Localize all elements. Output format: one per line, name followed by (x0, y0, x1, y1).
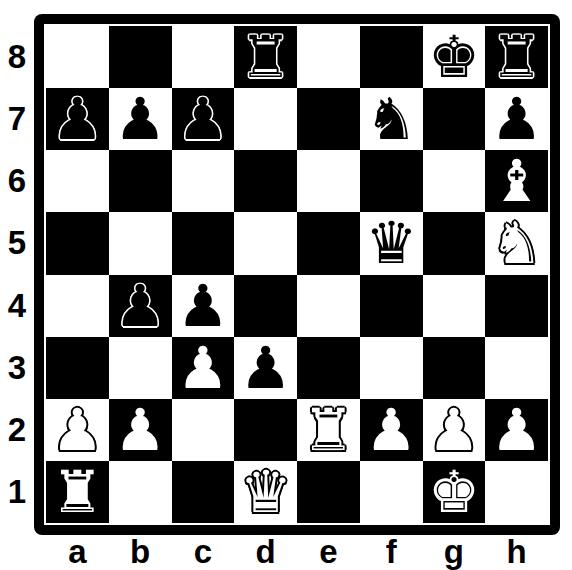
piece-black-pawn: ♟ (114, 90, 166, 148)
square-h1[interactable] (485, 461, 548, 523)
piece-black-pawn: ♟ (240, 339, 292, 397)
square-e7[interactable] (297, 88, 360, 150)
square-c4[interactable]: ♟ (172, 275, 235, 337)
square-h3[interactable] (485, 337, 548, 399)
piece-white-pawn: ♟ (491, 401, 543, 459)
rank-label-3: 3 (0, 337, 34, 399)
square-b1[interactable] (109, 461, 172, 523)
square-e1[interactable] (297, 461, 360, 523)
square-h7[interactable]: ♟ (485, 88, 548, 150)
piece-white-pawn: ♟ (114, 401, 166, 459)
chess-board: ♜♚♜♟♟♟♞♟♝♛♞♟♟♟♟♟♟♜♟♟♟♜♛♚ (46, 26, 548, 523)
file-label-h: h (485, 534, 548, 570)
piece-black-pawn: ♟ (114, 277, 166, 335)
square-h6[interactable]: ♝ (485, 150, 548, 212)
rank-label-2: 2 (0, 399, 34, 461)
piece-black-rook: ♜ (240, 28, 292, 86)
square-e3[interactable] (297, 337, 360, 399)
square-c7[interactable]: ♟ (172, 88, 235, 150)
piece-black-knight: ♞ (365, 90, 417, 148)
piece-white-pawn: ♟ (365, 401, 417, 459)
square-a3[interactable] (46, 337, 109, 399)
file-label-d: d (234, 534, 297, 570)
square-f2[interactable]: ♟ (360, 399, 423, 461)
square-h4[interactable] (485, 275, 548, 337)
rank-labels: 87654321 (0, 26, 34, 523)
square-f5[interactable]: ♛ (360, 212, 423, 274)
square-a8[interactable] (46, 26, 109, 88)
piece-white-king: ♚ (428, 463, 480, 521)
file-label-a: a (46, 534, 109, 570)
square-b6[interactable] (109, 150, 172, 212)
rank-label-7: 7 (0, 88, 34, 150)
square-c5[interactable] (172, 212, 235, 274)
square-d5[interactable] (234, 212, 297, 274)
square-f1[interactable] (360, 461, 423, 523)
square-g8[interactable]: ♚ (423, 26, 486, 88)
square-g7[interactable] (423, 88, 486, 150)
piece-white-rook: ♜ (302, 401, 354, 459)
piece-black-pawn: ♟ (51, 90, 103, 148)
square-a4[interactable] (46, 275, 109, 337)
rank-label-8: 8 (0, 26, 34, 88)
piece-black-pawn: ♟ (177, 277, 229, 335)
square-a1[interactable]: ♜ (46, 461, 109, 523)
square-e6[interactable] (297, 150, 360, 212)
square-g2[interactable]: ♟ (423, 399, 486, 461)
square-d2[interactable] (234, 399, 297, 461)
square-e5[interactable] (297, 212, 360, 274)
square-g4[interactable] (423, 275, 486, 337)
square-d7[interactable] (234, 88, 297, 150)
piece-white-pawn: ♟ (177, 339, 229, 397)
rank-label-5: 5 (0, 212, 34, 274)
piece-black-pawn: ♟ (491, 90, 543, 148)
board-inner: ♜♚♜♟♟♟♞♟♝♛♞♟♟♟♟♟♟♜♟♟♟♜♛♚ (44, 24, 550, 525)
square-c3[interactable]: ♟ (172, 337, 235, 399)
file-label-g: g (423, 534, 486, 570)
square-a7[interactable]: ♟ (46, 88, 109, 150)
square-c2[interactable] (172, 399, 235, 461)
piece-black-king: ♚ (428, 28, 480, 86)
rank-label-6: 6 (0, 150, 34, 212)
file-label-f: f (360, 534, 423, 570)
piece-black-queen: ♛ (365, 214, 417, 272)
file-labels: abcdefgh (46, 534, 548, 570)
piece-white-pawn: ♟ (428, 401, 480, 459)
square-f6[interactable] (360, 150, 423, 212)
square-a2[interactable]: ♟ (46, 399, 109, 461)
square-g6[interactable] (423, 150, 486, 212)
file-label-b: b (109, 534, 172, 570)
rank-label-1: 1 (0, 461, 34, 523)
square-e8[interactable] (297, 26, 360, 88)
square-h8[interactable]: ♜ (485, 26, 548, 88)
square-h5[interactable]: ♞ (485, 212, 548, 274)
square-c6[interactable] (172, 150, 235, 212)
square-b7[interactable]: ♟ (109, 88, 172, 150)
piece-white-rook: ♜ (51, 463, 103, 521)
square-e2[interactable]: ♜ (297, 399, 360, 461)
piece-black-rook: ♜ (491, 28, 543, 86)
square-a6[interactable] (46, 150, 109, 212)
square-d1[interactable]: ♛ (234, 461, 297, 523)
piece-white-queen: ♛ (240, 463, 292, 521)
file-label-c: c (172, 534, 235, 570)
square-d6[interactable] (234, 150, 297, 212)
square-f4[interactable] (360, 275, 423, 337)
square-f8[interactable] (360, 26, 423, 88)
square-e4[interactable] (297, 275, 360, 337)
square-g3[interactable] (423, 337, 486, 399)
square-g1[interactable]: ♚ (423, 461, 486, 523)
square-b8[interactable] (109, 26, 172, 88)
square-f3[interactable] (360, 337, 423, 399)
piece-white-bishop: ♝ (491, 152, 543, 210)
piece-black-pawn: ♟ (177, 90, 229, 148)
piece-white-pawn: ♟ (51, 401, 103, 459)
chess-diagram: 87654321 ♜♚♜♟♟♟♞♟♝♛♞♟♟♟♟♟♟♜♟♟♟♜♛♚ abcdef… (0, 0, 572, 570)
square-d3[interactable]: ♟ (234, 337, 297, 399)
square-f7[interactable]: ♞ (360, 88, 423, 150)
square-g5[interactable] (423, 212, 486, 274)
square-a5[interactable] (46, 212, 109, 274)
square-d4[interactable] (234, 275, 297, 337)
square-b3[interactable] (109, 337, 172, 399)
square-c1[interactable] (172, 461, 235, 523)
square-b5[interactable] (109, 212, 172, 274)
square-b4[interactable]: ♟ (109, 275, 172, 337)
square-h2[interactable]: ♟ (485, 399, 548, 461)
file-label-e: e (297, 534, 360, 570)
square-c8[interactable] (172, 26, 235, 88)
rank-label-4: 4 (0, 275, 34, 337)
square-b2[interactable]: ♟ (109, 399, 172, 461)
square-d8[interactable]: ♜ (234, 26, 297, 88)
piece-white-knight: ♞ (491, 214, 543, 272)
board-frame: ♜♚♜♟♟♟♞♟♝♛♞♟♟♟♟♟♟♜♟♟♟♜♛♚ (34, 14, 560, 535)
